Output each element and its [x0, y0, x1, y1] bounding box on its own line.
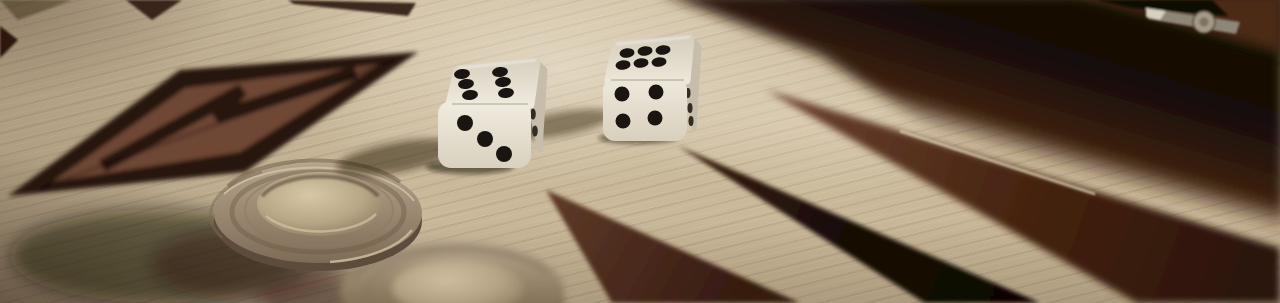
- far-point-tips: [0, 0, 416, 58]
- pip: [689, 116, 694, 126]
- backgammon-board-photo: [0, 0, 1280, 303]
- pip: [496, 146, 512, 162]
- die-front-face: [603, 78, 687, 141]
- point-tip: [0, 26, 18, 58]
- pip: [477, 131, 493, 147]
- pip: [688, 103, 693, 113]
- left-die: [438, 60, 545, 168]
- point-tip: [126, 0, 182, 20]
- pip: [457, 115, 473, 131]
- hinge-screw-center: [1200, 18, 1209, 27]
- pip: [530, 109, 536, 120]
- point-triangle-red: [546, 190, 800, 303]
- pip: [616, 114, 631, 129]
- frame-shadow-face: [660, 0, 1280, 247]
- pip: [615, 87, 630, 102]
- checker-dish: [257, 172, 383, 236]
- checker-front: [211, 160, 422, 271]
- pip: [649, 85, 664, 100]
- pip: [532, 126, 538, 137]
- corner-shadow: [0, 0, 72, 20]
- board-graphics: [0, 0, 1280, 303]
- pip: [648, 111, 663, 126]
- right-die: [603, 37, 699, 141]
- point-tip: [288, 0, 416, 16]
- die-top-face: [609, 39, 690, 80]
- board-frame-rail: [660, 0, 1280, 247]
